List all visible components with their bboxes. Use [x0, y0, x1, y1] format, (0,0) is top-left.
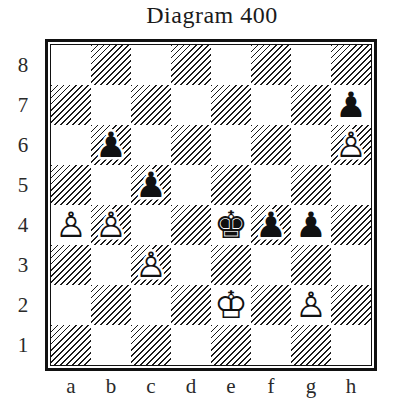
- white-pawn-b4: ♟♙: [91, 205, 131, 245]
- file-labels: abcdefgh: [51, 373, 371, 399]
- file-label-c: c: [131, 373, 171, 399]
- square-e7[interactable]: [211, 85, 251, 125]
- square-h3[interactable]: [331, 245, 371, 285]
- square-g2[interactable]: ♟♙: [291, 285, 331, 325]
- square-c6[interactable]: [131, 125, 171, 165]
- rank-labels: 87654321: [8, 45, 38, 365]
- square-d2[interactable]: [171, 285, 211, 325]
- file-label-f: f: [251, 373, 291, 399]
- square-g1[interactable]: [291, 325, 331, 365]
- square-f7[interactable]: [251, 85, 291, 125]
- file-label-a: a: [51, 373, 91, 399]
- file-label-g: g: [291, 373, 331, 399]
- rank-label-4: 4: [8, 205, 38, 245]
- square-b8[interactable]: [91, 45, 131, 85]
- square-h5[interactable]: [331, 165, 371, 205]
- square-e3[interactable]: [211, 245, 251, 285]
- square-e1[interactable]: [211, 325, 251, 365]
- file-label-e: e: [211, 373, 251, 399]
- square-e8[interactable]: [211, 45, 251, 85]
- piece-glyph: ♚: [214, 205, 248, 245]
- square-e4[interactable]: ♚♚: [211, 205, 251, 245]
- square-f8[interactable]: [251, 45, 291, 85]
- square-c3[interactable]: ♟♙: [131, 245, 171, 285]
- chess-diagram-page: Diagram 400 87654321 ♟♟♟♟♟♙♟♟♟♙♟♙♚♚♟♟♟♟♟…: [0, 0, 400, 400]
- square-c1[interactable]: [131, 325, 171, 365]
- piece-glyph: ♙: [335, 125, 366, 165]
- piece-glyph: ♟: [95, 125, 126, 165]
- square-a8[interactable]: [51, 45, 91, 85]
- square-d3[interactable]: [171, 245, 211, 285]
- square-c5[interactable]: ♟♟: [131, 165, 171, 205]
- rank-label-1: 1: [8, 325, 38, 365]
- square-h8[interactable]: [331, 45, 371, 85]
- rank-label-2: 2: [8, 285, 38, 325]
- square-e2[interactable]: ♚♔: [211, 285, 251, 325]
- square-a1[interactable]: [51, 325, 91, 365]
- rank-label-3: 3: [8, 245, 38, 285]
- piece-glyph: ♟: [295, 205, 326, 245]
- black-king-e4: ♚♚: [211, 205, 251, 245]
- square-h2[interactable]: [331, 285, 371, 325]
- square-g8[interactable]: [291, 45, 331, 85]
- square-f2[interactable]: [251, 285, 291, 325]
- white-pawn-h6: ♟♙: [331, 125, 371, 165]
- square-e5[interactable]: [211, 165, 251, 205]
- square-f3[interactable]: [251, 245, 291, 285]
- square-a2[interactable]: [51, 285, 91, 325]
- square-d7[interactable]: [171, 85, 211, 125]
- square-h4[interactable]: [331, 205, 371, 245]
- square-f5[interactable]: [251, 165, 291, 205]
- square-a3[interactable]: [51, 245, 91, 285]
- rank-label-7: 7: [8, 85, 38, 125]
- square-d1[interactable]: [171, 325, 211, 365]
- square-b6[interactable]: ♟♟: [91, 125, 131, 165]
- white-pawn-a4: ♟♙: [51, 205, 91, 245]
- board-frame: ♟♟♟♟♟♙♟♟♟♙♟♙♚♚♟♟♟♟♟♙♚♔♟♙: [45, 39, 377, 371]
- piece-glyph: ♟: [255, 205, 286, 245]
- black-pawn-f4: ♟♟: [251, 205, 291, 245]
- piece-glyph: ♙: [55, 205, 86, 245]
- square-f1[interactable]: [251, 325, 291, 365]
- piece-glyph: ♔: [214, 285, 248, 325]
- board-inner: ♟♟♟♟♟♙♟♟♟♙♟♙♚♚♟♟♟♟♟♙♚♔♟♙: [50, 44, 372, 366]
- white-pawn-c3: ♟♙: [131, 245, 171, 285]
- square-a5[interactable]: [51, 165, 91, 205]
- file-label-d: d: [171, 373, 211, 399]
- square-a6[interactable]: [51, 125, 91, 165]
- square-d5[interactable]: [171, 165, 211, 205]
- rank-label-5: 5: [8, 165, 38, 205]
- square-g7[interactable]: [291, 85, 331, 125]
- square-f4[interactable]: ♟♟: [251, 205, 291, 245]
- square-h6[interactable]: ♟♙: [331, 125, 371, 165]
- square-b5[interactable]: [91, 165, 131, 205]
- black-pawn-c5: ♟♟: [131, 165, 171, 205]
- rank-label-6: 6: [8, 125, 38, 165]
- square-a4[interactable]: ♟♙: [51, 205, 91, 245]
- diagram-title: Diagram 400: [12, 2, 400, 29]
- square-c2[interactable]: [131, 285, 171, 325]
- square-h1[interactable]: [331, 325, 371, 365]
- piece-glyph: ♙: [295, 285, 326, 325]
- square-f6[interactable]: [251, 125, 291, 165]
- black-pawn-b6: ♟♟: [91, 125, 131, 165]
- piece-glyph: ♟: [335, 85, 366, 125]
- chess-board: ♟♟♟♟♟♙♟♟♟♙♟♙♚♚♟♟♟♟♟♙♚♔♟♙: [51, 45, 371, 365]
- white-king-e2: ♚♔: [211, 285, 251, 325]
- square-d8[interactable]: [171, 45, 211, 85]
- square-g3[interactable]: [291, 245, 331, 285]
- black-pawn-h7: ♟♟: [331, 85, 371, 125]
- rank-label-8: 8: [8, 45, 38, 85]
- square-b3[interactable]: [91, 245, 131, 285]
- square-d6[interactable]: [171, 125, 211, 165]
- square-b1[interactable]: [91, 325, 131, 365]
- black-pawn-g4: ♟♟: [291, 205, 331, 245]
- square-g4[interactable]: ♟♟: [291, 205, 331, 245]
- square-e6[interactable]: [211, 125, 251, 165]
- square-b2[interactable]: [91, 285, 131, 325]
- square-b7[interactable]: [91, 85, 131, 125]
- square-c7[interactable]: [131, 85, 171, 125]
- file-label-b: b: [91, 373, 131, 399]
- square-g6[interactable]: [291, 125, 331, 165]
- piece-glyph: ♟: [135, 165, 166, 205]
- square-c8[interactable]: [131, 45, 171, 85]
- square-d4[interactable]: [171, 205, 211, 245]
- piece-glyph: ♙: [95, 205, 126, 245]
- white-pawn-g2: ♟♙: [291, 285, 331, 325]
- square-h7[interactable]: ♟♟: [331, 85, 371, 125]
- square-c4[interactable]: [131, 205, 171, 245]
- square-g5[interactable]: [291, 165, 331, 205]
- square-b4[interactable]: ♟♙: [91, 205, 131, 245]
- square-a7[interactable]: [51, 85, 91, 125]
- file-label-h: h: [331, 373, 371, 399]
- piece-glyph: ♙: [135, 245, 166, 285]
